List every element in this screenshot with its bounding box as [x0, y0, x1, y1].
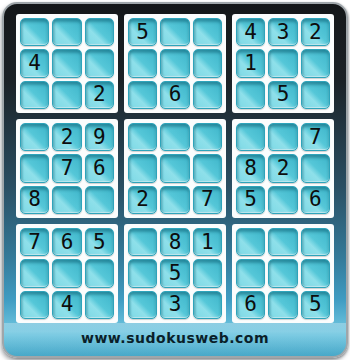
cell-r7c3: 5	[85, 228, 114, 256]
cell-r7c9[interactable]	[301, 228, 330, 256]
cell-r3c6[interactable]	[193, 81, 222, 109]
cell-r7c2: 6	[52, 228, 81, 256]
box-1-2: 56	[124, 14, 226, 113]
cell-r8c7[interactable]	[236, 259, 265, 287]
box-1-3: 43215	[232, 14, 334, 113]
cell-r2c9[interactable]	[301, 49, 330, 77]
cell-r1c5[interactable]	[160, 18, 189, 46]
cell-r8c6[interactable]	[193, 259, 222, 287]
cell-r4c8[interactable]	[268, 123, 297, 151]
cell-r1c1[interactable]	[20, 18, 49, 46]
cell-r7c8[interactable]	[268, 228, 297, 256]
cell-r4c4[interactable]	[128, 123, 157, 151]
cell-r2c5[interactable]	[160, 49, 189, 77]
cell-r3c7[interactable]	[236, 81, 265, 109]
cell-r9c8[interactable]	[268, 291, 297, 319]
cell-r6c8[interactable]	[268, 186, 297, 214]
cell-r2c3[interactable]	[85, 49, 114, 77]
cell-r1c6[interactable]	[193, 18, 222, 46]
cell-r3c2[interactable]	[52, 81, 81, 109]
cell-r5c8: 2	[268, 154, 297, 182]
cell-r4c7[interactable]	[236, 123, 265, 151]
cell-r8c5: 5	[160, 259, 189, 287]
cell-r6c1: 8	[20, 186, 49, 214]
cell-r1c9: 2	[301, 18, 330, 46]
cell-r3c1[interactable]	[20, 81, 49, 109]
cell-r4c9: 7	[301, 123, 330, 151]
cell-r5c9[interactable]	[301, 154, 330, 182]
cell-r9c9: 5	[301, 291, 330, 319]
cell-r6c3[interactable]	[85, 186, 114, 214]
cell-r9c3[interactable]	[85, 291, 114, 319]
cell-r9c4[interactable]	[128, 291, 157, 319]
cell-r8c2[interactable]	[52, 259, 81, 287]
cell-r6c9: 6	[301, 186, 330, 214]
sudoku-frame: 4256432152976827782567654815365 www.sudo…	[2, 2, 348, 358]
cell-r5c4[interactable]	[128, 154, 157, 182]
cell-r8c9[interactable]	[301, 259, 330, 287]
cell-r6c4: 2	[128, 186, 157, 214]
box-1-1: 42	[16, 14, 118, 113]
cell-r7c6: 1	[193, 228, 222, 256]
cell-r9c2: 4	[52, 291, 81, 319]
cell-r4c3: 9	[85, 123, 114, 151]
cell-r1c4: 5	[128, 18, 157, 46]
cell-r7c4[interactable]	[128, 228, 157, 256]
cell-r2c4[interactable]	[128, 49, 157, 77]
cell-r5c1[interactable]	[20, 154, 49, 182]
cell-r1c7: 4	[236, 18, 265, 46]
cell-r1c8: 3	[268, 18, 297, 46]
cell-r5c5[interactable]	[160, 154, 189, 182]
cell-r9c7: 6	[236, 291, 265, 319]
cell-r3c9[interactable]	[301, 81, 330, 109]
cell-r1c3[interactable]	[85, 18, 114, 46]
box-2-1: 29768	[16, 119, 118, 218]
cell-r2c1: 4	[20, 49, 49, 77]
sudoku-board: 4256432152976827782567654815365	[16, 14, 334, 323]
cell-r8c3[interactable]	[85, 259, 114, 287]
cell-r6c7: 5	[236, 186, 265, 214]
cell-r3c4[interactable]	[128, 81, 157, 109]
box-3-2: 8153	[124, 224, 226, 323]
cell-r2c7: 1	[236, 49, 265, 77]
cell-r7c7[interactable]	[236, 228, 265, 256]
cell-r2c6[interactable]	[193, 49, 222, 77]
cell-r8c8[interactable]	[268, 259, 297, 287]
cell-r5c6[interactable]	[193, 154, 222, 182]
cell-r2c8[interactable]	[268, 49, 297, 77]
box-3-1: 7654	[16, 224, 118, 323]
cell-r6c5[interactable]	[160, 186, 189, 214]
cell-r4c6[interactable]	[193, 123, 222, 151]
cell-r2c2[interactable]	[52, 49, 81, 77]
footer-site-link[interactable]: www.sudokusweb.com	[81, 330, 269, 350]
cell-r3c3: 2	[85, 81, 114, 109]
cell-r6c2[interactable]	[52, 186, 81, 214]
cell-r7c1: 7	[20, 228, 49, 256]
cell-r4c5[interactable]	[160, 123, 189, 151]
cell-r5c2: 7	[52, 154, 81, 182]
cell-r9c1[interactable]	[20, 291, 49, 319]
cell-r3c5: 6	[160, 81, 189, 109]
cell-r8c4[interactable]	[128, 259, 157, 287]
cell-r4c2: 2	[52, 123, 81, 151]
box-3-3: 65	[232, 224, 334, 323]
box-2-3: 78256	[232, 119, 334, 218]
cell-r5c3: 6	[85, 154, 114, 182]
cell-r1c2[interactable]	[52, 18, 81, 46]
cell-r3c8: 5	[268, 81, 297, 109]
cell-r9c6[interactable]	[193, 291, 222, 319]
footer-bar: www.sudokusweb.com	[4, 323, 346, 356]
cell-r5c7: 8	[236, 154, 265, 182]
cell-r4c1[interactable]	[20, 123, 49, 151]
cell-r8c1[interactable]	[20, 259, 49, 287]
cell-r9c5: 3	[160, 291, 189, 319]
box-2-2: 27	[124, 119, 226, 218]
cell-r6c6: 7	[193, 186, 222, 214]
cell-r7c5: 8	[160, 228, 189, 256]
